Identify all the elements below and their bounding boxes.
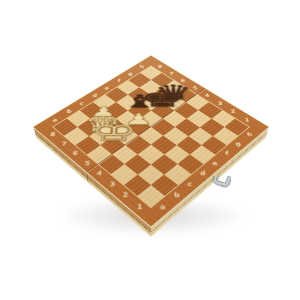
chess-board: 87654321 87654321 hgfedcba hgfedcba ♟♛♚♟… <box>34 56 269 227</box>
coord-label: 1 <box>237 116 256 124</box>
product-photo: 87654321 87654321 hgfedcba hgfedcba ♟♛♚♟… <box>0 0 300 300</box>
dark-king-f5: ♚ <box>140 87 185 110</box>
square-h1 <box>224 119 248 136</box>
